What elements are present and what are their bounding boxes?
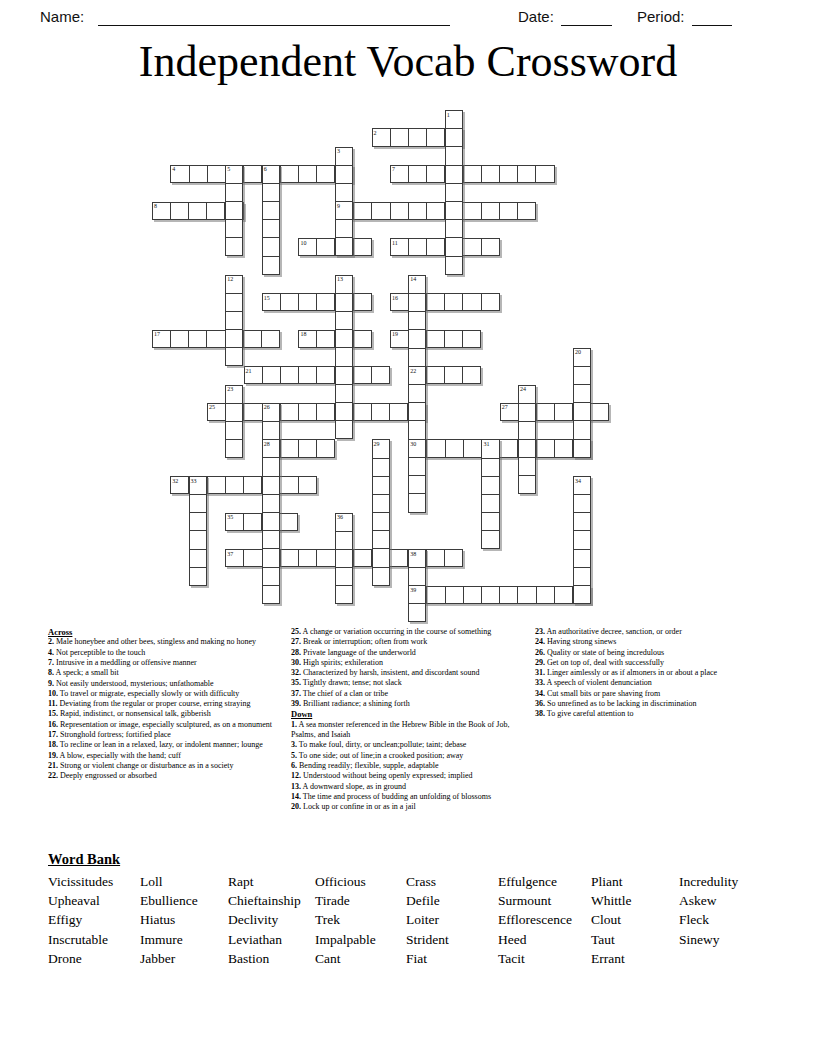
grid-cell[interactable] (519, 422, 535, 440)
clue-22-across: 22. Deeply engrossed or absorbed (48, 771, 291, 781)
grid-cell[interactable] (574, 586, 590, 603)
word-bank-word: Fleck (679, 910, 788, 929)
grid-cell[interactable] (373, 513, 389, 531)
grid-cell[interactable] (244, 331, 262, 347)
grid-cell[interactable] (245, 367, 263, 383)
grid-cell[interactable] (336, 184, 352, 202)
grid-cell[interactable] (189, 203, 207, 219)
grid-cell[interactable] (226, 312, 242, 330)
grid-cell[interactable] (263, 367, 281, 383)
grid-cell[interactable] (263, 568, 279, 586)
worksheet-page: Name: Date: Period: Independent Vocab Cr… (0, 0, 816, 1056)
word-bank-word: Sinewy (679, 930, 788, 949)
grid-cell[interactable] (446, 111, 462, 129)
clue-38-down: 38. To give careful attention to (535, 709, 785, 719)
grid-cell[interactable] (409, 476, 425, 494)
grid-cell[interactable] (482, 587, 500, 603)
grid-cell[interactable] (226, 294, 242, 312)
grid-cell[interactable] (336, 202, 352, 220)
grid-cell[interactable] (537, 587, 555, 603)
grid-cell[interactable] (226, 348, 242, 365)
grid-cell[interactable] (263, 166, 279, 184)
clue-column-mixed: 25. A change or variation occurring in t… (291, 627, 534, 812)
grid-cell[interactable] (518, 166, 536, 182)
word-block-down (335, 513, 353, 605)
grid-cell[interactable] (427, 331, 445, 347)
grid-cell[interactable] (263, 202, 279, 220)
grid-cell[interactable] (446, 587, 464, 603)
grid-cell[interactable] (445, 367, 463, 383)
grid-cell[interactable] (280, 477, 298, 493)
grid-cell[interactable] (336, 312, 352, 330)
grid-cell[interactable] (226, 440, 242, 457)
grid-cell[interactable] (482, 531, 498, 548)
grid-cell[interactable] (500, 440, 518, 456)
grid-cell[interactable] (244, 404, 262, 420)
clue-36-down: 36. So unrefined as to be lacking in dis… (535, 699, 785, 709)
grid-cell[interactable] (519, 404, 535, 422)
word-block-down (518, 385, 536, 495)
grid-cell[interactable] (263, 257, 279, 274)
grid-cell[interactable] (373, 477, 389, 495)
grid-cell[interactable] (190, 513, 206, 531)
grid-cell[interactable] (263, 458, 279, 476)
grid-cell[interactable] (391, 129, 409, 145)
grid-cell[interactable] (263, 495, 279, 513)
grid-cell[interactable] (153, 203, 171, 219)
grid-cell[interactable] (299, 294, 317, 310)
grid-cell[interactable] (281, 367, 299, 383)
clue-1-down: 1. A sea monster referenced in the Hebre… (291, 720, 534, 741)
grid-cell[interactable] (262, 331, 279, 347)
grid-cell[interactable] (373, 531, 389, 549)
word-bank-word: Chieftainship (228, 891, 315, 910)
word-bank-word: Rapt (228, 872, 315, 891)
word-bank-word: Impalpable (315, 930, 406, 949)
grid-cell[interactable] (280, 514, 297, 530)
grid-cell[interactable] (263, 513, 279, 531)
grid-cell[interactable] (574, 403, 590, 421)
word-bank-word: Tacit (498, 949, 591, 968)
grid-cell[interactable] (171, 477, 189, 493)
word-bank-word: Whittle (591, 891, 679, 910)
grid-cell[interactable] (244, 166, 262, 182)
grid-cell[interactable] (391, 166, 409, 182)
grid-cell[interactable] (463, 367, 480, 383)
crossword-grid: 2478910111516171819212225272830323537391… (152, 110, 610, 623)
grid-cell[interactable] (427, 587, 445, 603)
grid-cell[interactable] (463, 203, 481, 219)
grid-cell[interactable] (336, 348, 352, 366)
grid-cell[interactable] (336, 238, 352, 255)
grid-cell[interactable] (190, 166, 208, 182)
grid-cell[interactable] (263, 404, 279, 422)
grid-cell[interactable] (336, 586, 352, 603)
grid-cell[interactable] (263, 220, 279, 238)
grid-cell[interactable] (263, 184, 279, 202)
grid-cell[interactable] (391, 331, 409, 347)
grid-cell[interactable] (190, 531, 206, 549)
grid-cell[interactable] (281, 294, 299, 310)
clue-26-down: 26. Quality or state of being incredulou… (535, 648, 785, 658)
grid-cell[interactable] (317, 166, 335, 182)
grid-cell[interactable] (317, 440, 334, 456)
grid-cell[interactable] (446, 147, 462, 165)
grid-cell[interactable] (409, 494, 425, 511)
grid-cell[interactable] (591, 404, 608, 420)
clue-23-down: 23. An authoritative decree, sanction, o… (535, 627, 785, 637)
grid-cell[interactable] (226, 422, 242, 440)
grid-cell[interactable] (317, 331, 335, 347)
grid-cell[interactable] (336, 532, 352, 550)
word-block-across (244, 366, 390, 384)
grid-cell[interactable] (190, 568, 206, 585)
grid-cell[interactable] (189, 331, 207, 347)
grid-cell[interactable] (391, 203, 409, 219)
grid-cell[interactable] (519, 386, 535, 404)
grid-cell[interactable] (336, 276, 352, 294)
grid-cell[interactable] (263, 422, 279, 440)
grid-cell[interactable] (190, 550, 206, 568)
word-bank-word: Upheaval (48, 891, 140, 910)
grid-cell[interactable] (208, 404, 226, 420)
grid-cell[interactable] (263, 477, 279, 495)
grid-cell[interactable] (391, 239, 409, 255)
grid-cell[interactable] (336, 330, 352, 348)
grid-cell[interactable] (373, 129, 391, 145)
name-line[interactable] (98, 10, 450, 26)
grid-cell[interactable] (226, 330, 242, 348)
grid-cell[interactable] (373, 495, 389, 513)
grid-cell[interactable] (482, 166, 500, 182)
clue-17-across: 17. Stronghold fortress; fortified place (48, 730, 291, 740)
grid-cell[interactable] (263, 531, 279, 549)
grid-cell[interactable] (299, 239, 317, 255)
grid-cell[interactable] (336, 148, 352, 166)
grid-cell[interactable] (226, 238, 242, 255)
grid-cell[interactable] (373, 549, 389, 567)
page-title: Independent Vocab Crossword (0, 36, 816, 87)
grid-cell[interactable] (482, 495, 498, 513)
grid-cell[interactable] (409, 403, 425, 421)
grid-cell[interactable] (244, 477, 262, 493)
word-block-down (372, 439, 390, 585)
word-block-down (573, 476, 591, 604)
grid-cell[interactable] (409, 586, 425, 604)
grid-cell[interactable] (336, 385, 352, 403)
grid-cell[interactable] (427, 203, 445, 219)
grid-cell[interactable] (427, 294, 445, 310)
grid-cell[interactable] (464, 166, 482, 182)
grid-cell[interactable] (482, 440, 498, 458)
grid-cell[interactable] (427, 550, 445, 566)
grid-cell[interactable] (464, 440, 482, 456)
word-bank-word: Defile (406, 891, 498, 910)
clue-7-across: 7. Intrusive in a meddling or offensive … (48, 658, 291, 668)
grid-cell[interactable] (446, 166, 462, 184)
word-block-down (408, 549, 426, 622)
grid-cell[interactable] (555, 440, 573, 456)
grid-cell[interactable] (555, 587, 573, 603)
grid-cell[interactable] (299, 550, 317, 566)
clue-27-across: 27. Break or interruption; often from wo… (291, 637, 534, 647)
grid-cell[interactable] (281, 166, 299, 182)
grid-cell[interactable] (317, 239, 335, 255)
word-bank: Word Bank VicissitudesLollRaptOfficiousC… (48, 851, 788, 968)
word-bank-word: Taut (591, 930, 679, 949)
grid-cell[interactable] (336, 166, 352, 184)
grid-cell[interactable] (190, 477, 206, 495)
grid-cell[interactable] (226, 386, 242, 404)
clue-37-across: 37. The chief of a clan or tribe (291, 689, 534, 699)
grid-cell[interactable] (373, 459, 389, 477)
grid-cell[interactable] (482, 477, 498, 495)
word-bank-word: Errant (591, 949, 679, 968)
grid-cell[interactable] (537, 440, 555, 456)
grid-cell[interactable] (446, 202, 462, 220)
word-block-down (445, 110, 463, 275)
grid-cell[interactable] (226, 514, 244, 530)
grid-cell[interactable] (391, 294, 409, 310)
grid-cell[interactable] (317, 404, 335, 420)
grid-cell[interactable] (445, 550, 462, 566)
date-line[interactable] (561, 10, 612, 26)
clue-19-across: 19. A blow, especially with the hand; cu… (48, 751, 291, 761)
grid-cell[interactable] (263, 294, 281, 310)
grid-cell[interactable] (446, 220, 462, 238)
grid-cell[interactable] (463, 331, 480, 347)
grid-cell[interactable] (482, 239, 499, 255)
grid-cell[interactable] (409, 276, 425, 294)
grid-cell[interactable] (208, 166, 226, 182)
grid-cell[interactable] (574, 495, 590, 513)
grid-cell[interactable] (226, 550, 244, 566)
grid-cell[interactable] (207, 203, 225, 219)
word-bank-word: Tirade (315, 891, 406, 910)
grid-cell[interactable] (226, 276, 242, 294)
grid-cell[interactable] (427, 129, 445, 145)
grid-cell[interactable] (336, 294, 352, 312)
grid-cell[interactable] (373, 568, 389, 585)
grid-cell[interactable] (354, 331, 371, 347)
grid-cell[interactable] (372, 367, 389, 383)
grid-cell[interactable] (409, 421, 425, 439)
grid-cell[interactable] (171, 166, 189, 182)
grid-cell[interactable] (317, 367, 335, 383)
grid-cell[interactable] (574, 367, 590, 385)
clue-11-across: 11. Deviating from the regular or proper… (48, 699, 291, 709)
grid-cell[interactable] (281, 440, 299, 456)
grid-cell[interactable] (574, 385, 590, 403)
grid-cell[interactable] (574, 440, 590, 457)
grid-cell[interactable] (501, 404, 519, 420)
grid-cell[interactable] (299, 404, 317, 420)
word-bank-word: Immure (140, 930, 228, 949)
grid-cell[interactable] (409, 129, 427, 145)
grid-cell[interactable] (427, 239, 445, 255)
grid-cell[interactable] (354, 367, 372, 383)
grid-cell[interactable] (299, 166, 317, 182)
grid-cell[interactable] (482, 294, 499, 310)
clue-4-across: 4. Not perceptible to the touch (48, 648, 291, 658)
grid-cell[interactable] (354, 550, 372, 566)
grid-cell[interactable] (500, 587, 518, 603)
grid-cell[interactable] (317, 550, 335, 566)
grid-cell[interactable] (482, 203, 500, 219)
grid-cell[interactable] (574, 477, 590, 495)
grid-cell[interactable] (518, 203, 535, 219)
grid-cell[interactable] (574, 531, 590, 549)
clue-34-down: 34. Cut small bits or pare shaving from (535, 689, 785, 699)
grid-cell[interactable] (207, 331, 225, 347)
grid-cell[interactable] (446, 238, 462, 256)
clue-39-across: 39. Brilliant radiance; a shining forth (291, 699, 534, 709)
grid-cell[interactable] (427, 166, 445, 182)
grid-cell[interactable] (336, 550, 352, 568)
grid-cell[interactable] (446, 129, 462, 147)
clue-20-down: 20. Lock up or confine in or as in a jai… (291, 802, 534, 812)
grid-cell[interactable] (336, 403, 352, 421)
grid-cell[interactable] (299, 440, 317, 456)
grid-cell[interactable] (354, 239, 371, 255)
grid-cell[interactable] (208, 477, 226, 493)
grid-cell[interactable] (464, 587, 482, 603)
grid-cell[interactable] (171, 331, 189, 347)
grid-cell[interactable] (190, 495, 206, 513)
grid-cell[interactable] (574, 513, 590, 531)
grid-cell[interactable] (463, 294, 481, 310)
grid-cell[interactable] (445, 294, 463, 310)
grid-cell[interactable] (354, 203, 372, 219)
grid-cell[interactable] (409, 440, 425, 458)
grid-cell[interactable] (281, 404, 299, 420)
clue-8-across: 8. A speck; a small bit (48, 668, 291, 678)
word-bank-word: Strident (406, 930, 498, 949)
grid-cell[interactable] (500, 203, 518, 219)
grid-cell[interactable] (409, 166, 427, 182)
clue-32-across: 32. Characterized by harsh, insistent, a… (291, 668, 534, 678)
grid-cell[interactable] (373, 440, 389, 458)
grid-cell[interactable] (500, 166, 518, 182)
word-block-down (573, 348, 591, 458)
grid-cell[interactable] (226, 202, 242, 220)
grid-cell[interactable] (409, 568, 425, 586)
grid-cell[interactable] (317, 294, 335, 310)
grid-cell[interactable] (427, 440, 445, 456)
grid-cell[interactable] (299, 331, 317, 347)
grid-cell[interactable] (263, 440, 279, 458)
grid-cell[interactable] (390, 404, 408, 420)
word-bank-word: Hiatus (140, 910, 228, 929)
grid-cell[interactable] (372, 203, 390, 219)
grid-cell[interactable] (536, 166, 553, 182)
grid-cell[interactable] (226, 184, 242, 202)
word-bank-word: Jabber (140, 949, 228, 968)
grid-cell[interactable] (354, 294, 371, 310)
grid-cell[interactable] (482, 513, 498, 531)
word-bank-word: Leviathan (228, 930, 315, 949)
grid-cell[interactable] (336, 367, 352, 385)
grid-cell[interactable] (445, 331, 463, 347)
grid-cell[interactable] (244, 514, 262, 530)
grid-cell[interactable] (574, 568, 590, 586)
grid-cell[interactable] (226, 477, 244, 493)
grid-cell[interactable] (519, 476, 535, 493)
grid-cell[interactable] (446, 184, 462, 202)
clue-30-across: 30. High spirits; exhileration (291, 658, 534, 668)
grid-cell[interactable] (409, 385, 425, 403)
word-block-across (262, 293, 372, 311)
clue-5-down: 5. To one side; out of line;in a crooked… (291, 751, 534, 761)
grid-cell[interactable] (518, 587, 536, 603)
grid-cell[interactable] (409, 349, 425, 367)
grid-cell[interactable] (519, 458, 535, 476)
clue-24-down: 24. Having strong sinews (535, 637, 785, 647)
grid-cell[interactable] (519, 440, 535, 458)
grid-cell[interactable] (409, 239, 427, 255)
grid-cell[interactable] (226, 220, 242, 238)
grid-cell[interactable] (409, 330, 425, 348)
grid-cell[interactable] (226, 166, 242, 184)
grid-cell[interactable] (446, 257, 462, 274)
word-bank-word: Loll (140, 872, 228, 891)
grid-cell[interactable] (263, 549, 279, 567)
word-bank-word: Inscrutable (48, 930, 140, 949)
grid-cell[interactable] (409, 312, 425, 330)
grid-cell[interactable] (427, 367, 445, 383)
grid-cell[interactable] (446, 440, 464, 456)
grid-cell[interactable] (336, 220, 352, 238)
grid-cell[interactable] (336, 514, 352, 532)
grid-cell[interactable] (354, 404, 372, 420)
grid-cell[interactable] (409, 550, 425, 568)
grid-cell[interactable] (336, 421, 352, 438)
grid-cell[interactable] (574, 550, 590, 568)
grid-cell[interactable] (244, 550, 262, 566)
grid-cell[interactable] (409, 458, 425, 476)
grid-cell[interactable] (463, 239, 481, 255)
grid-cell[interactable] (372, 404, 390, 420)
clue-25-across: 25. A change or variation occurring in t… (291, 627, 534, 637)
grid-cell[interactable] (336, 568, 352, 586)
period-line[interactable] (692, 10, 732, 26)
grid-cell[interactable] (226, 404, 242, 422)
clue-15-across: 15. Rapid, indistinct, or nonsensical ta… (48, 709, 291, 719)
grid-cell[interactable] (153, 331, 171, 347)
grid-cell[interactable] (390, 550, 408, 566)
grid-cell[interactable] (171, 203, 189, 219)
clue-18-across: 18. To recline or lean in a relaxed, laz… (48, 740, 291, 750)
grid-cell[interactable] (263, 238, 279, 256)
grid-cell[interactable] (409, 294, 425, 312)
grid-cell[interactable] (537, 404, 555, 420)
grid-cell[interactable] (555, 404, 573, 420)
grid-cell[interactable] (409, 604, 425, 621)
grid-cell[interactable] (409, 203, 427, 219)
grid-cell[interactable] (482, 459, 498, 477)
clue-10-across: 10. To travel or migrate, especially slo… (48, 689, 291, 699)
word-block-down (335, 147, 353, 257)
grid-cell[interactable] (299, 367, 317, 383)
grid-cell[interactable] (574, 421, 590, 439)
grid-cell[interactable] (281, 550, 299, 566)
grid-cell[interactable] (263, 586, 279, 603)
grid-cell[interactable] (409, 367, 425, 385)
grid-cell[interactable] (299, 477, 316, 493)
grid-cell[interactable] (574, 349, 590, 367)
word-block-down (335, 275, 353, 440)
clue-16-across: 16. Representation or image, especially … (48, 720, 291, 730)
